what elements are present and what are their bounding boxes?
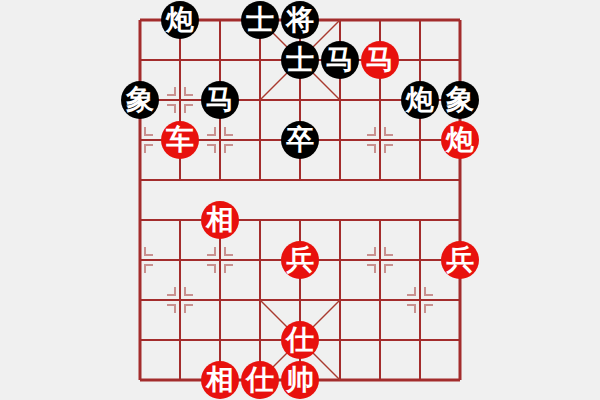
piece-red-advisor[interactable]: 仕 bbox=[241, 361, 279, 399]
piece-black-cannon[interactable]: 炮 bbox=[161, 1, 199, 39]
piece-red-cannon[interactable]: 炮 bbox=[441, 121, 479, 159]
piece-black-horse[interactable]: 马 bbox=[201, 81, 239, 119]
piece-red-horse[interactable]: 马 bbox=[361, 41, 399, 79]
piece-red-pawn[interactable]: 兵 bbox=[281, 241, 319, 279]
pieces-layer: 炮士将士马马象马炮象车卒炮相兵兵仕相仕帅 bbox=[140, 20, 460, 380]
piece-black-elephant[interactable]: 象 bbox=[121, 81, 159, 119]
piece-red-chariot[interactable]: 车 bbox=[161, 121, 199, 159]
piece-black-advisor[interactable]: 士 bbox=[281, 41, 319, 79]
piece-black-elephant[interactable]: 象 bbox=[441, 81, 479, 119]
piece-black-cannon[interactable]: 炮 bbox=[401, 81, 439, 119]
piece-red-general[interactable]: 帅 bbox=[281, 361, 319, 399]
piece-black-horse[interactable]: 马 bbox=[321, 41, 359, 79]
xiangqi-app-screen: 炮士将士马马象马炮象车卒炮相兵兵仕相仕帅 bbox=[0, 0, 600, 400]
piece-black-pawn[interactable]: 卒 bbox=[281, 121, 319, 159]
piece-red-elephant[interactable]: 相 bbox=[201, 361, 239, 399]
piece-black-advisor[interactable]: 士 bbox=[241, 1, 279, 39]
piece-red-advisor[interactable]: 仕 bbox=[281, 321, 319, 359]
piece-red-elephant[interactable]: 相 bbox=[201, 201, 239, 239]
piece-black-general[interactable]: 将 bbox=[281, 1, 319, 39]
xiangqi-board[interactable]: 炮士将士马马象马炮象车卒炮相兵兵仕相仕帅 bbox=[140, 20, 460, 380]
piece-red-pawn[interactable]: 兵 bbox=[441, 241, 479, 279]
